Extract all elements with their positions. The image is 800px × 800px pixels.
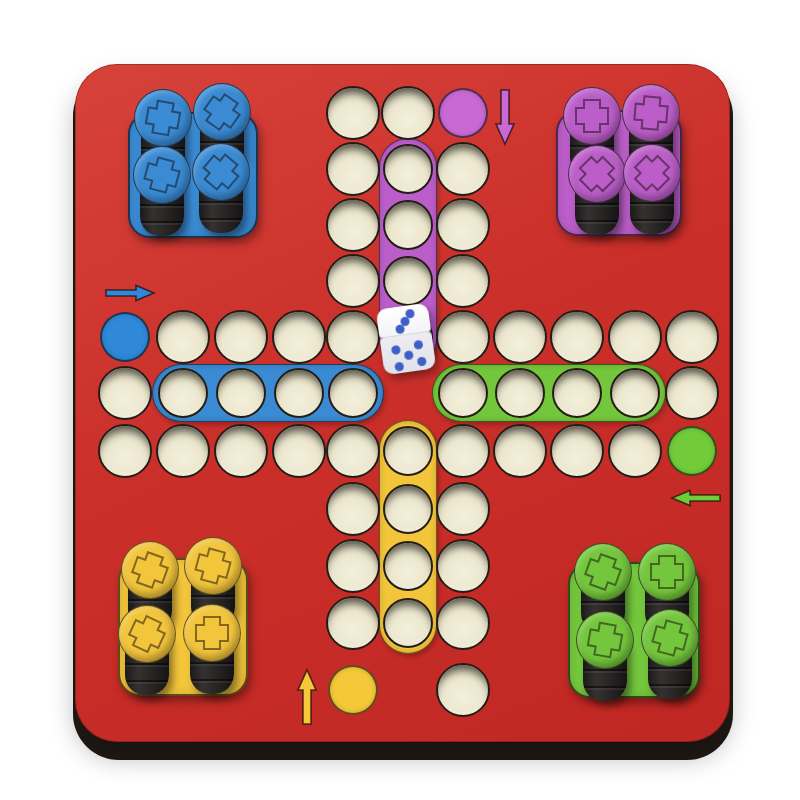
track-hole-r8c7[interactable] <box>436 482 490 536</box>
scene <box>0 0 800 800</box>
green-peg-4-top <box>641 609 699 667</box>
green-stretch-hole-c7[interactable] <box>438 368 488 418</box>
blue-direction-arrow-right-icon <box>104 283 156 303</box>
yellow-peg-4-top <box>183 604 241 662</box>
track-hole-r6c11[interactable] <box>665 366 719 420</box>
purple-start-circle <box>438 88 488 138</box>
die-pip <box>413 340 423 350</box>
track-hole-r5c8[interactable] <box>493 310 547 364</box>
track-hole-r7c2[interactable] <box>156 424 210 478</box>
purple-peg-4[interactable] <box>623 144 681 242</box>
yellow-direction-arrow-up-icon <box>296 668 318 726</box>
peg-cross-engraving-icon <box>192 143 250 201</box>
yellow-peg-3-top <box>118 605 176 663</box>
green-direction-arrow-left-icon <box>670 488 722 508</box>
die-pip <box>404 350 414 360</box>
yellow-stretch-hole-r9[interactable] <box>383 541 433 591</box>
track-hole-r7c8[interactable] <box>493 424 547 478</box>
peg-cross-engraving-icon <box>622 84 680 142</box>
peg-cross-engraving-icon <box>133 146 191 204</box>
peg-cross-engraving-icon <box>121 541 179 599</box>
track-hole-r7c3[interactable] <box>214 424 268 478</box>
purple-stretch-hole-r2[interactable] <box>383 144 433 194</box>
track-hole-r7c5[interactable] <box>326 424 380 478</box>
peg-cross-engraving-icon <box>563 87 621 145</box>
purple-peg-3-top <box>568 145 626 203</box>
track-hole-r5c10[interactable] <box>608 310 662 364</box>
track-hole-r6c1[interactable] <box>98 366 152 420</box>
track-hole-r9c7[interactable] <box>436 539 490 593</box>
track-hole-r7c4[interactable] <box>272 424 326 478</box>
peg-cross-engraving-icon <box>568 145 626 203</box>
green-peg-1-top <box>574 543 632 601</box>
blue-peg-4[interactable] <box>192 143 250 241</box>
purple-peg-2-top <box>622 84 680 142</box>
blue-start-circle <box>100 312 150 362</box>
yellow-peg-3[interactable] <box>118 605 176 703</box>
green-stretch-hole-c10[interactable] <box>610 368 660 418</box>
blue-stretch-hole-c2[interactable] <box>158 368 208 418</box>
purple-stretch-hole-r3[interactable] <box>383 200 433 250</box>
purple-peg-1-top <box>563 87 621 145</box>
track-hole-r1c5[interactable] <box>326 86 380 140</box>
track-hole-r2c7[interactable] <box>436 142 490 196</box>
peg-cross-engraving-icon <box>193 83 251 141</box>
track-hole-r7c9[interactable] <box>550 424 604 478</box>
blue-peg-3[interactable] <box>133 146 191 244</box>
track-hole-r5c3[interactable] <box>214 310 268 364</box>
die-pip <box>394 362 404 372</box>
yellow-peg-1-top <box>121 541 179 599</box>
board <box>75 64 730 742</box>
die[interactable] <box>376 303 437 376</box>
track-hole-r7c1[interactable] <box>98 424 152 478</box>
yellow-start-circle <box>328 665 378 715</box>
purple-direction-arrow-down-icon <box>494 88 516 146</box>
blue-peg-2-top <box>193 83 251 141</box>
track-hole-r10c7[interactable] <box>436 596 490 650</box>
yellow-stretch-hole-r8[interactable] <box>383 484 433 534</box>
track-hole-r5c7[interactable] <box>436 310 490 364</box>
yellow-stretch-hole-r10[interactable] <box>383 598 433 648</box>
blue-peg-1-top <box>134 89 192 147</box>
blue-stretch-hole-c5[interactable] <box>328 368 378 418</box>
track-hole-r7c7[interactable] <box>436 424 490 478</box>
track-hole-r3c5[interactable] <box>326 198 380 252</box>
green-stretch-hole-c9[interactable] <box>552 368 602 418</box>
purple-peg-4-top <box>623 144 681 202</box>
peg-cross-engraving-icon <box>641 609 699 667</box>
track-hole-r2c5[interactable] <box>326 142 380 196</box>
peg-cross-engraving-icon <box>574 543 632 601</box>
track-hole-r7c10[interactable] <box>608 424 662 478</box>
track-hole-r5c5[interactable] <box>326 310 380 364</box>
yellow-peg-2-top <box>184 537 242 595</box>
die-pip <box>395 324 405 334</box>
track-hole-r5c9[interactable] <box>550 310 604 364</box>
green-peg-3[interactable] <box>576 611 634 709</box>
peg-cross-engraving-icon <box>134 89 192 147</box>
blue-stretch-hole-c4[interactable] <box>274 368 324 418</box>
peg-cross-engraving-icon <box>184 537 242 595</box>
track-hole-r1c6[interactable] <box>381 86 435 140</box>
yellow-stretch-hole-r7[interactable] <box>383 426 433 476</box>
peg-cross-engraving-icon <box>118 605 176 663</box>
blue-peg-3-top <box>133 146 191 204</box>
purple-stretch-hole-r4[interactable] <box>383 256 433 306</box>
track-hole-r4c5[interactable] <box>326 254 380 308</box>
track-hole-r9c5[interactable] <box>326 539 380 593</box>
track-hole-r5c2[interactable] <box>156 310 210 364</box>
purple-peg-3[interactable] <box>568 145 626 243</box>
track-hole-r5c11[interactable] <box>665 310 719 364</box>
track-hole-r10c5[interactable] <box>326 596 380 650</box>
die-pip <box>417 356 427 366</box>
green-stretch-hole-c8[interactable] <box>495 368 545 418</box>
green-peg-4[interactable] <box>641 609 699 707</box>
peg-cross-engraving-icon <box>183 604 241 662</box>
track-hole-r11c7[interactable] <box>436 663 490 717</box>
track-hole-r3c7[interactable] <box>436 198 490 252</box>
die-front-face-5 <box>380 331 437 375</box>
green-peg-3-top <box>576 611 634 669</box>
peg-cross-engraving-icon <box>623 144 681 202</box>
track-hole-r5c4[interactable] <box>272 310 326 364</box>
yellow-peg-4[interactable] <box>183 604 241 702</box>
track-hole-r8c5[interactable] <box>326 482 380 536</box>
die-pip <box>391 345 401 355</box>
green-start-circle <box>667 426 717 476</box>
blue-stretch-hole-c3[interactable] <box>216 368 266 418</box>
green-peg-2-top <box>638 543 696 601</box>
track-hole-r4c7[interactable] <box>436 254 490 308</box>
blue-peg-4-top <box>192 143 250 201</box>
peg-cross-engraving-icon <box>576 611 634 669</box>
peg-cross-engraving-icon <box>638 543 696 601</box>
